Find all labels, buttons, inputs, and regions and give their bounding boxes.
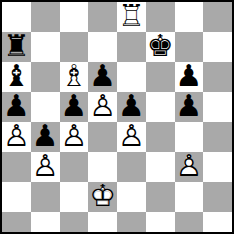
white-pawn-outline: ♙ [89, 88, 116, 123]
piece-white-pawn: ♟♙ [175, 151, 202, 181]
piece-black-pawn: ♟ [89, 61, 116, 91]
square-a1[interactable] [2, 212, 31, 232]
square-d2[interactable]: ♚♔ [88, 182, 117, 212]
square-f2[interactable] [146, 182, 175, 212]
square-h3[interactable] [203, 152, 232, 182]
square-c4[interactable]: ♟♙ [60, 122, 89, 152]
piece-black-pawn: ♟ [175, 91, 202, 121]
white-pawn-outline: ♙ [60, 118, 87, 153]
square-h1[interactable] [203, 212, 232, 232]
square-g1[interactable] [175, 212, 204, 232]
white-pawn-outline: ♙ [175, 148, 202, 183]
piece-black-bishop: ♝ [3, 61, 30, 91]
square-g8[interactable] [175, 2, 204, 32]
square-e7[interactable] [117, 32, 146, 62]
square-h2[interactable] [203, 182, 232, 212]
piece-black-pawn: ♟ [60, 91, 87, 121]
piece-black-pawn: ♟ [175, 61, 202, 91]
square-d8[interactable] [88, 2, 117, 32]
square-h4[interactable] [203, 122, 232, 152]
square-f3[interactable] [146, 152, 175, 182]
square-e4[interactable]: ♟♙ [117, 122, 146, 152]
square-b3[interactable]: ♟♙ [31, 152, 60, 182]
white-pawn-outline: ♙ [32, 148, 59, 183]
square-g5[interactable]: ♟ [175, 92, 204, 122]
square-f7[interactable]: ♚ [146, 32, 175, 62]
square-c3[interactable] [60, 152, 89, 182]
square-e1[interactable] [117, 212, 146, 232]
white-rook-outline: ♖ [118, 0, 145, 33]
piece-white-pawn: ♟♙ [89, 91, 116, 121]
square-c1[interactable] [60, 212, 89, 232]
square-f6[interactable] [146, 62, 175, 92]
square-a3[interactable] [2, 152, 31, 182]
chess-board: ♜♖♜♚♝♝♗♟♟♟♟♟♙♟♟♟♙♟♟♙♟♙♟♙♟♙♚♔ [0, 0, 234, 234]
piece-white-pawn: ♟♙ [3, 121, 30, 151]
square-b8[interactable] [31, 2, 60, 32]
square-f4[interactable] [146, 122, 175, 152]
square-c2[interactable] [60, 182, 89, 212]
square-h6[interactable] [203, 62, 232, 92]
piece-white-pawn: ♟♙ [60, 121, 87, 151]
square-g2[interactable] [175, 182, 204, 212]
square-a2[interactable] [2, 182, 31, 212]
piece-white-bishop: ♝♗ [60, 61, 87, 91]
square-f5[interactable] [146, 92, 175, 122]
square-h8[interactable] [203, 2, 232, 32]
white-pawn-outline: ♙ [3, 118, 30, 153]
square-e2[interactable] [117, 182, 146, 212]
piece-black-pawn: ♟ [32, 121, 59, 151]
square-b2[interactable] [31, 182, 60, 212]
piece-black-pawn: ♟ [3, 91, 30, 121]
square-b1[interactable] [31, 212, 60, 232]
piece-black-pawn: ♟ [118, 91, 145, 121]
piece-black-king: ♚ [147, 31, 174, 61]
piece-white-rook: ♜♖ [118, 1, 145, 31]
square-a4[interactable]: ♟♙ [2, 122, 31, 152]
square-f1[interactable] [146, 212, 175, 232]
square-b7[interactable] [31, 32, 60, 62]
square-e8[interactable]: ♜♖ [117, 2, 146, 32]
square-d4[interactable] [88, 122, 117, 152]
piece-black-rook: ♜ [3, 31, 30, 61]
square-d5[interactable]: ♟♙ [88, 92, 117, 122]
square-h7[interactable] [203, 32, 232, 62]
square-d1[interactable] [88, 212, 117, 232]
piece-white-pawn: ♟♙ [118, 121, 145, 151]
piece-white-pawn: ♟♙ [32, 151, 59, 181]
chess-diagram: ♜♖♜♚♝♝♗♟♟♟♟♟♙♟♟♟♙♟♟♙♟♙♟♙♟♙♚♔ [0, 0, 234, 234]
square-h5[interactable] [203, 92, 232, 122]
piece-white-king: ♚♔ [89, 181, 116, 211]
white-king-outline: ♔ [89, 178, 116, 213]
square-c8[interactable] [60, 2, 89, 32]
square-e3[interactable] [117, 152, 146, 182]
square-g3[interactable]: ♟♙ [175, 152, 204, 182]
square-b6[interactable] [31, 62, 60, 92]
white-pawn-outline: ♙ [118, 118, 145, 153]
